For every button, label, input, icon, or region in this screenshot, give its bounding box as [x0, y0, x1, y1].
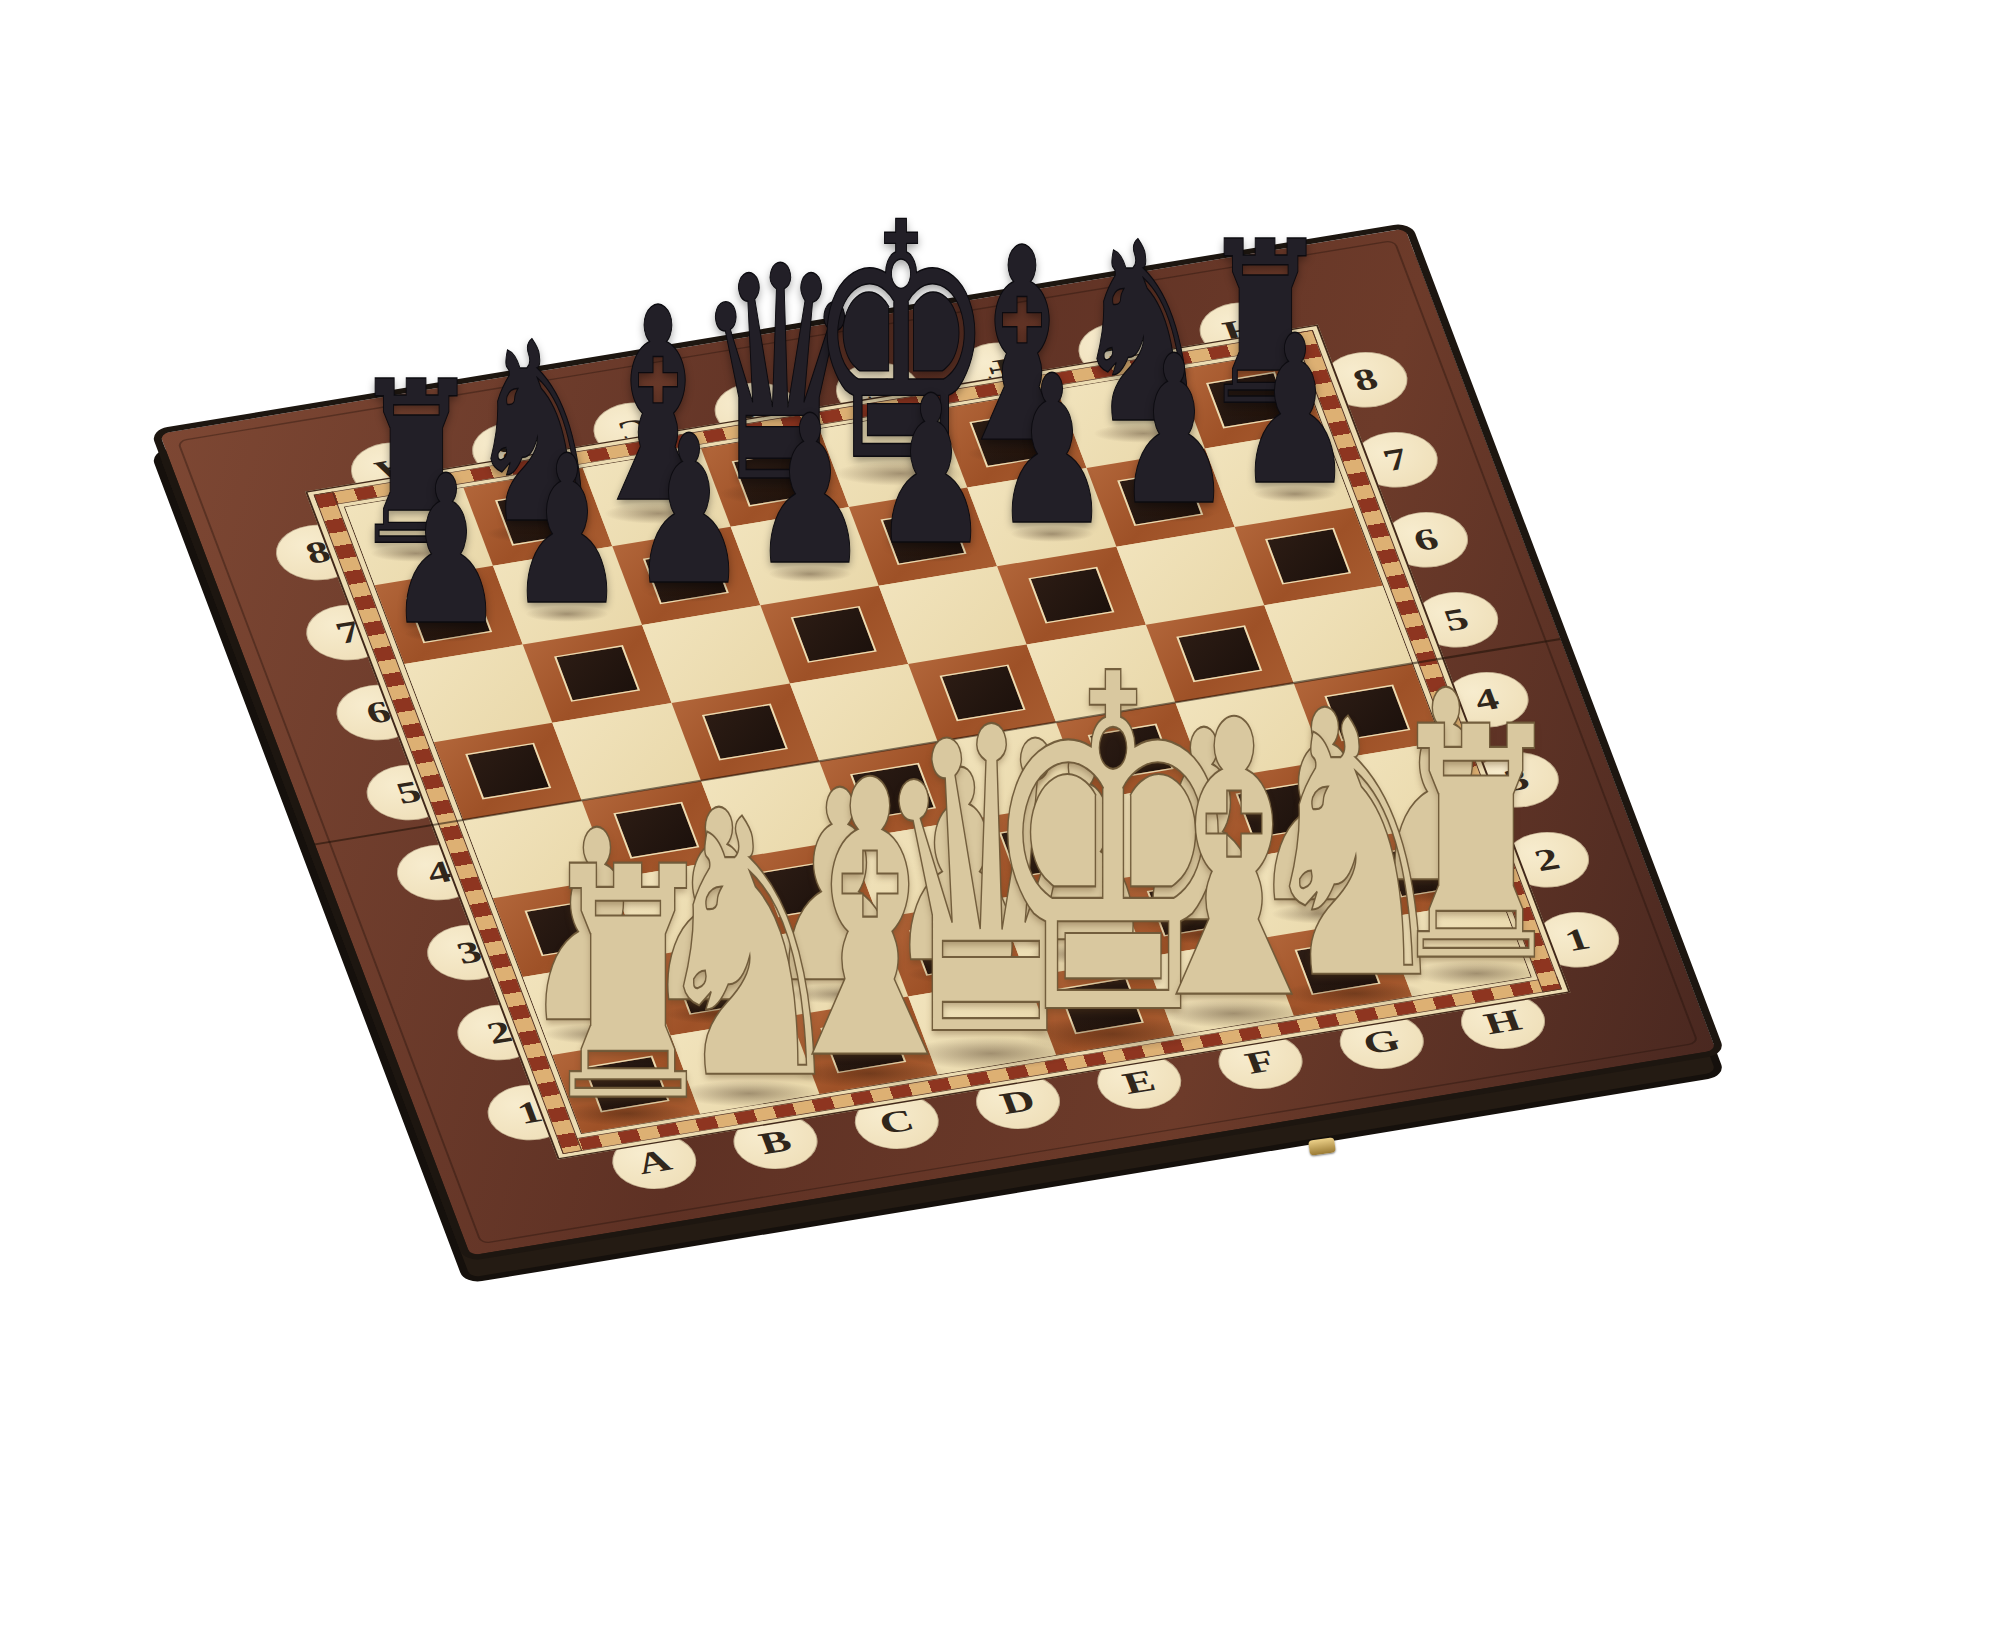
brass-latch: [1308, 1138, 1336, 1156]
piece-black-pawn[interactable]: ♟: [750, 410, 869, 574]
piece-black-pawn[interactable]: ♟: [508, 450, 627, 614]
dark-square-inlay: [554, 645, 640, 702]
piece-black-pawn[interactable]: ♟: [1235, 330, 1354, 494]
piece-black-pawn[interactable]: ♟: [871, 390, 990, 554]
edge-label-text: 6: [1408, 521, 1443, 559]
piece-black-pawn[interactable]: ♟: [386, 470, 505, 634]
piece-white-rook[interactable]: ♜: [1383, 717, 1569, 973]
edge-label-text: 5: [1439, 601, 1474, 639]
piece-black-pawn[interactable]: ♟: [993, 370, 1112, 534]
edge-label-text: 7: [1378, 441, 1413, 479]
piece-black-pawn[interactable]: ♟: [1114, 350, 1233, 514]
piece-black-pawn[interactable]: ♟: [629, 430, 748, 594]
dark-square-inlay: [1265, 528, 1351, 585]
dark-square-inlay: [791, 606, 877, 663]
scene: AABBCCDDEEFFGGHH1122334455667788 ♜♞♝♛♚♝♞…: [0, 0, 2000, 1630]
